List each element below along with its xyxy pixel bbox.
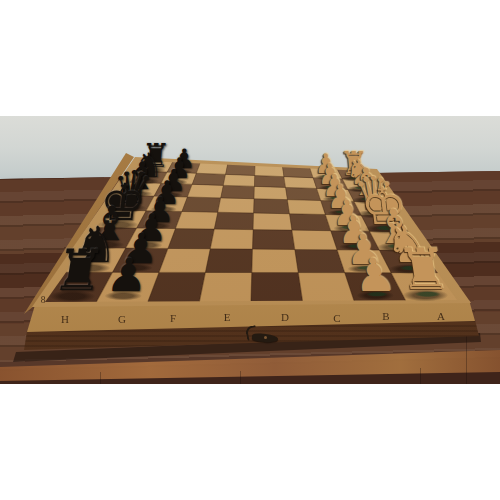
table-plank-seam xyxy=(420,368,421,384)
file-label-e: E xyxy=(224,312,231,323)
table-plank-seam xyxy=(240,371,241,384)
file-label-c: C xyxy=(333,313,340,324)
table-plank-seam xyxy=(100,372,101,384)
pawn-glyph: ♟ xyxy=(351,252,397,298)
pawn-glyph: ♟ xyxy=(105,252,151,298)
photograph: HGFEDCBA8♜♟♟♜♞♟♟♞♝♟♟♝♚♟♟♚♛♟♟♛♝♟♟♝♞♟♟♞♜♟♟… xyxy=(0,0,500,500)
file-label-f: F xyxy=(170,313,176,324)
piece-white-pawn-b8: ♟ xyxy=(357,252,398,298)
file-label-h: H xyxy=(61,314,69,325)
photo-canvas: HGFEDCBA8♜♟♟♜♞♟♟♞♝♟♟♝♚♟♟♚♛♟♟♛♝♟♟♝♞♟♟♞♜♟♟… xyxy=(0,0,500,500)
file-label-a: A xyxy=(437,311,445,322)
chess-board: HGFEDCBA8♜♟♟♜♞♟♟♞♝♟♟♝♚♟♟♚♛♟♟♛♝♟♟♝♞♟♟♞♜♟♟… xyxy=(0,0,500,500)
file-label-d: D xyxy=(281,312,289,323)
latch-hole xyxy=(264,336,267,339)
piece-black-rook-h8: ♜ xyxy=(49,242,100,299)
piece-white-rook-a8: ♜ xyxy=(402,241,453,298)
rook-glyph: ♜ xyxy=(49,242,109,299)
file-label-b: B xyxy=(382,311,389,322)
rank-label-8: 8 xyxy=(41,296,46,306)
rook-glyph: ♜ xyxy=(393,241,453,298)
piece-black-pawn-g8: ♟ xyxy=(105,252,146,298)
file-label-g: G xyxy=(118,314,126,325)
clasp-latch-icon xyxy=(245,325,281,351)
